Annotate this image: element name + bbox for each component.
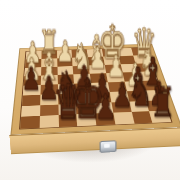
square-a1 [20,116,40,129]
chess-set-photo: ♜♟♟♝♚♛♞♟♟♝♟♞♟♟♟♝♟♞♟♝♟♞♟♛♚♟♜ [0,0,180,180]
black-rook: ♜ [150,82,175,123]
square-a2 [21,105,40,117]
board-front-panel [9,127,180,154]
square-c1: ♛ [58,114,77,126]
board-frame: ♜♟♟♝♚♛♞♟♟♝♟♞♟♟♟♝♟♞♟♝♟♞♟♛♚♟♜ [10,44,180,135]
scene: ♜♟♟♝♚♛♞♟♟♝♟♞♟♟♟♝♟♞♟♝♟♞♟♛♚♟♜ [0,0,180,180]
board-squares: ♜♟♟♝♚♛♞♟♟♝♟♞♟♟♟♝♟♞♟♝♟♞♟♛♚♟♜ [20,47,171,128]
folding-chess-board: ♜♟♟♝♚♛♞♟♟♝♟♞♟♟♟♝♟♞♟♝♟♞♟♛♚♟♜ [10,44,180,135]
black-queen: ♛ [53,78,84,127]
clasp-latch-icon [100,140,117,153]
square-h1: ♜ [149,111,171,123]
